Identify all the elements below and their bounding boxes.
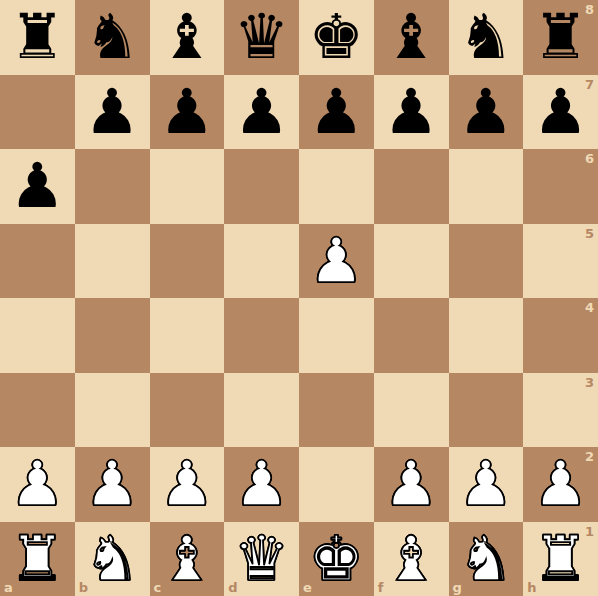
square-f7[interactable]: ♟	[374, 75, 449, 150]
square-g4[interactable]	[449, 298, 524, 373]
square-c2[interactable]: ♟	[150, 447, 225, 522]
square-e5[interactable]: ♟	[299, 224, 374, 299]
square-a1[interactable]: a♜	[0, 522, 75, 596]
piece-white-pawn[interactable]: ♟	[533, 453, 589, 515]
square-h1[interactable]: 1h♜	[523, 522, 598, 596]
square-c4[interactable]	[150, 298, 225, 373]
square-d2[interactable]: ♟	[224, 447, 299, 522]
square-f8[interactable]: ♝	[374, 0, 449, 75]
square-d8[interactable]: ♛	[224, 0, 299, 75]
square-a3[interactable]	[0, 373, 75, 448]
square-a8[interactable]: ♜	[0, 0, 75, 75]
piece-white-queen[interactable]: ♛	[234, 528, 290, 590]
square-f2[interactable]: ♟	[374, 447, 449, 522]
square-c8[interactable]: ♝	[150, 0, 225, 75]
square-e8[interactable]: ♚	[299, 0, 374, 75]
piece-black-pawn[interactable]: ♟	[84, 81, 140, 143]
piece-white-pawn[interactable]: ♟	[458, 453, 514, 515]
square-h5[interactable]: 5	[523, 224, 598, 299]
square-f6[interactable]	[374, 149, 449, 224]
square-b1[interactable]: b♞	[75, 522, 150, 596]
square-d6[interactable]	[224, 149, 299, 224]
piece-black-pawn[interactable]: ♟	[159, 81, 215, 143]
piece-black-queen[interactable]: ♛	[234, 6, 290, 68]
square-b6[interactable]	[75, 149, 150, 224]
rank-label-4: 4	[585, 301, 594, 314]
square-b4[interactable]	[75, 298, 150, 373]
square-f3[interactable]	[374, 373, 449, 448]
piece-white-pawn[interactable]: ♟	[383, 453, 439, 515]
square-g7[interactable]: ♟	[449, 75, 524, 150]
rank-label-5: 5	[585, 227, 594, 240]
square-b8[interactable]: ♞	[75, 0, 150, 75]
piece-black-king[interactable]: ♚	[309, 6, 365, 68]
piece-white-knight[interactable]: ♞	[84, 528, 140, 590]
square-f5[interactable]	[374, 224, 449, 299]
square-f4[interactable]	[374, 298, 449, 373]
piece-white-pawn[interactable]: ♟	[84, 453, 140, 515]
square-a2[interactable]: ♟	[0, 447, 75, 522]
square-c1[interactable]: c♝	[150, 522, 225, 596]
square-e1[interactable]: e♚	[299, 522, 374, 596]
piece-white-pawn[interactable]: ♟	[309, 230, 365, 292]
square-e7[interactable]: ♟	[299, 75, 374, 150]
piece-black-knight[interactable]: ♞	[458, 6, 514, 68]
piece-black-pawn[interactable]: ♟	[309, 81, 365, 143]
square-c6[interactable]	[150, 149, 225, 224]
square-g6[interactable]	[449, 149, 524, 224]
piece-white-bishop[interactable]: ♝	[159, 528, 215, 590]
piece-white-bishop[interactable]: ♝	[383, 528, 439, 590]
square-b5[interactable]	[75, 224, 150, 299]
square-e4[interactable]	[299, 298, 374, 373]
piece-black-pawn[interactable]: ♟	[458, 81, 514, 143]
piece-white-knight[interactable]: ♞	[458, 528, 514, 590]
piece-black-bishop[interactable]: ♝	[159, 6, 215, 68]
square-h3[interactable]: 3	[523, 373, 598, 448]
piece-white-rook[interactable]: ♜	[533, 528, 589, 590]
piece-black-knight[interactable]: ♞	[84, 6, 140, 68]
square-g3[interactable]	[449, 373, 524, 448]
square-a6[interactable]: ♟	[0, 149, 75, 224]
square-a7[interactable]	[0, 75, 75, 150]
square-a4[interactable]	[0, 298, 75, 373]
piece-black-pawn[interactable]: ♟	[10, 155, 66, 217]
rank-label-6: 6	[585, 152, 594, 165]
square-h6[interactable]: 6	[523, 149, 598, 224]
square-d5[interactable]	[224, 224, 299, 299]
piece-white-pawn[interactable]: ♟	[234, 453, 290, 515]
square-e2[interactable]	[299, 447, 374, 522]
piece-white-rook[interactable]: ♜	[10, 528, 66, 590]
piece-black-pawn[interactable]: ♟	[383, 81, 439, 143]
square-a5[interactable]	[0, 224, 75, 299]
square-b3[interactable]	[75, 373, 150, 448]
square-h4[interactable]: 4	[523, 298, 598, 373]
chess-board: ♜♞♝♛♚♝♞8♜♟♟♟♟♟♟7♟♟6♟543♟♟♟♟♟♟2♟a♜b♞c♝d♛e…	[0, 0, 598, 596]
square-e6[interactable]	[299, 149, 374, 224]
piece-black-pawn[interactable]: ♟	[533, 81, 589, 143]
square-g8[interactable]: ♞	[449, 0, 524, 75]
piece-black-rook[interactable]: ♜	[10, 6, 66, 68]
piece-black-bishop[interactable]: ♝	[383, 6, 439, 68]
square-d7[interactable]: ♟	[224, 75, 299, 150]
square-f1[interactable]: f♝	[374, 522, 449, 596]
square-g5[interactable]	[449, 224, 524, 299]
square-h2[interactable]: 2♟	[523, 447, 598, 522]
square-e3[interactable]	[299, 373, 374, 448]
piece-black-rook[interactable]: ♜	[533, 6, 589, 68]
square-h7[interactable]: 7♟	[523, 75, 598, 150]
square-c7[interactable]: ♟	[150, 75, 225, 150]
square-d3[interactable]	[224, 373, 299, 448]
piece-white-king[interactable]: ♚	[309, 528, 365, 590]
square-c5[interactable]	[150, 224, 225, 299]
square-b7[interactable]: ♟	[75, 75, 150, 150]
square-d1[interactable]: d♛	[224, 522, 299, 596]
square-h8[interactable]: 8♜	[523, 0, 598, 75]
square-b2[interactable]: ♟	[75, 447, 150, 522]
square-g2[interactable]: ♟	[449, 447, 524, 522]
piece-white-pawn[interactable]: ♟	[159, 453, 215, 515]
piece-white-pawn[interactable]: ♟	[10, 453, 66, 515]
square-d4[interactable]	[224, 298, 299, 373]
rank-label-3: 3	[585, 376, 594, 389]
square-g1[interactable]: g♞	[449, 522, 524, 596]
piece-black-pawn[interactable]: ♟	[234, 81, 290, 143]
square-c3[interactable]	[150, 373, 225, 448]
